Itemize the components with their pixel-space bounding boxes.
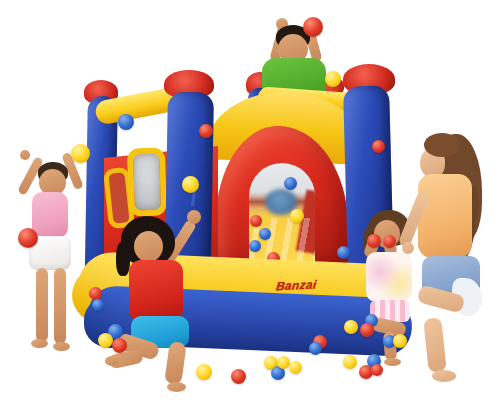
pit-ball-red <box>303 17 323 37</box>
pit-ball-red <box>383 235 396 248</box>
pit-ball-yellow <box>393 334 407 348</box>
pit-ball-blue <box>337 246 350 259</box>
pit-ball-yellow <box>325 71 341 87</box>
pit-ball-yellow <box>277 356 290 369</box>
pit-balls-layer <box>0 0 500 410</box>
pit-ball-red <box>367 234 381 248</box>
pit-ball-yellow <box>98 333 113 348</box>
pit-ball-red <box>231 369 246 384</box>
pit-ball-blue <box>118 114 134 130</box>
pit-ball-red <box>199 124 213 138</box>
pit-ball-red <box>18 228 38 248</box>
pit-ball-yellow <box>289 361 302 374</box>
product-photo: Banzai <box>0 0 500 410</box>
pit-ball-yellow <box>344 320 358 334</box>
pit-ball-red <box>112 338 127 353</box>
pit-ball-blue <box>92 299 104 311</box>
pit-ball-red <box>371 364 383 376</box>
pit-ball-red <box>372 140 385 153</box>
pit-ball-blue <box>309 342 322 355</box>
pit-ball-red <box>89 287 102 300</box>
pit-ball-yellow <box>71 144 90 163</box>
pit-ball-yellow <box>343 355 357 369</box>
pit-ball-yellow <box>182 176 199 193</box>
pit-ball-yellow <box>196 364 212 380</box>
pit-ball-red <box>360 323 374 337</box>
